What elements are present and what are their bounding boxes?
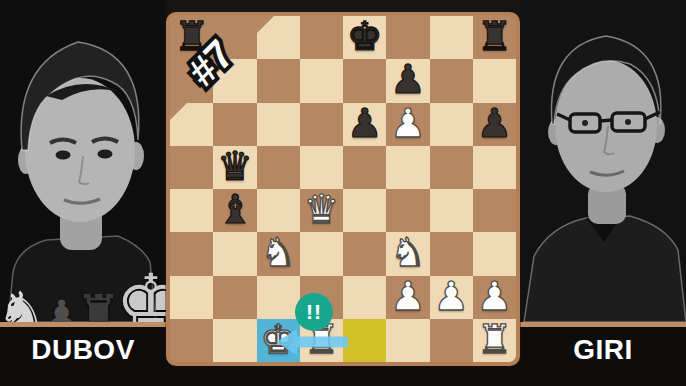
square-d7 bbox=[300, 59, 343, 102]
chess-board: ♜♚♜♟♟♟♟♛♝♛♞♞♟♟♟♚♜♜ !! #7 bbox=[166, 12, 520, 366]
square-f6: ♟ bbox=[386, 103, 429, 146]
square-d5 bbox=[300, 146, 343, 189]
square-d6 bbox=[300, 103, 343, 146]
square-e2 bbox=[343, 276, 386, 319]
thumbnail: ♞♟♜♚♟♝ DUBOV bbox=[0, 0, 686, 386]
white-pawn-g2: ♟ bbox=[433, 276, 469, 316]
square-e8: ♚ bbox=[343, 16, 386, 59]
square-h1: ♜ bbox=[473, 319, 516, 362]
square-h8: ♜ bbox=[473, 16, 516, 59]
board-grid: ♜♚♜♟♟♟♟♛♝♛♞♞♟♟♟♚♜♜ !! #7 bbox=[170, 16, 516, 362]
white-knight-f3: ♞ bbox=[390, 232, 426, 272]
square-d8 bbox=[300, 16, 343, 59]
black-pawn-f7: ♟ bbox=[390, 59, 426, 99]
black-bishop-b4: ♝ bbox=[217, 189, 253, 229]
player-name-left: DUBOV bbox=[0, 327, 166, 373]
square-g2: ♟ bbox=[430, 276, 473, 319]
square-b5: ♛ bbox=[213, 146, 256, 189]
square-c6 bbox=[257, 103, 300, 146]
square-f1 bbox=[386, 319, 429, 362]
giri-silhouette bbox=[520, 0, 686, 322]
square-g8 bbox=[430, 16, 473, 59]
square-g5 bbox=[430, 146, 473, 189]
square-g1 bbox=[430, 319, 473, 362]
chess-pieces-photo: ♞♟♜♚♟♝ bbox=[0, 272, 166, 322]
black-rook-h8: ♜ bbox=[476, 16, 512, 56]
black-queen-b5: ♛ bbox=[217, 146, 253, 186]
square-h2: ♟ bbox=[473, 276, 516, 319]
square-a5 bbox=[170, 146, 213, 189]
square-f5 bbox=[386, 146, 429, 189]
square-e5 bbox=[343, 146, 386, 189]
square-a3 bbox=[170, 232, 213, 275]
white-knight-c3: ♞ bbox=[260, 232, 296, 272]
square-f2: ♟ bbox=[386, 276, 429, 319]
white-rook-h1: ♜ bbox=[476, 319, 512, 359]
square-b4: ♝ bbox=[213, 189, 256, 232]
white-pawn-h2: ♟ bbox=[476, 276, 512, 316]
square-a4 bbox=[170, 189, 213, 232]
black-pawn-h6: ♟ bbox=[476, 103, 512, 143]
brilliant-badge-label: !! bbox=[306, 300, 322, 324]
square-c2 bbox=[257, 276, 300, 319]
square-g7 bbox=[430, 59, 473, 102]
giri-photo bbox=[520, 0, 686, 322]
square-e1 bbox=[343, 319, 386, 362]
square-h3 bbox=[473, 232, 516, 275]
black-pawn-e6: ♟ bbox=[347, 103, 383, 143]
photo-piece-icon: ♚ bbox=[115, 272, 166, 322]
square-d4: ♛ bbox=[300, 189, 343, 232]
square-g3 bbox=[430, 232, 473, 275]
square-e6: ♟ bbox=[343, 103, 386, 146]
name-plate-left: DUBOV bbox=[0, 322, 166, 386]
square-b6 bbox=[213, 103, 256, 146]
square-f3: ♞ bbox=[386, 232, 429, 275]
name-plate-right: GIRI bbox=[520, 322, 686, 386]
square-c4 bbox=[257, 189, 300, 232]
square-b1 bbox=[213, 319, 256, 362]
square-g4 bbox=[430, 189, 473, 232]
square-e3 bbox=[343, 232, 386, 275]
black-king-e8: ♚ bbox=[347, 16, 383, 56]
white-pawn-f6: ♟ bbox=[390, 103, 426, 143]
square-h7 bbox=[473, 59, 516, 102]
white-pawn-f2: ♟ bbox=[390, 276, 426, 316]
white-king-c1: ♚ bbox=[260, 319, 296, 359]
square-h4 bbox=[473, 189, 516, 232]
square-h6: ♟ bbox=[473, 103, 516, 146]
square-f7: ♟ bbox=[386, 59, 429, 102]
square-c1: ♚ bbox=[257, 319, 300, 362]
white-queen-d4: ♛ bbox=[303, 189, 339, 229]
square-e7 bbox=[343, 59, 386, 102]
square-f4 bbox=[386, 189, 429, 232]
square-a2 bbox=[170, 276, 213, 319]
square-a1 bbox=[170, 319, 213, 362]
dubov-photo: ♞♟♜♚♟♝ bbox=[0, 0, 166, 322]
square-g6 bbox=[430, 103, 473, 146]
player-name-right: GIRI bbox=[520, 327, 686, 373]
square-b2 bbox=[213, 276, 256, 319]
square-e4 bbox=[343, 189, 386, 232]
square-h5 bbox=[473, 146, 516, 189]
square-b3 bbox=[213, 232, 256, 275]
square-f8 bbox=[386, 16, 429, 59]
square-d3 bbox=[300, 232, 343, 275]
brilliant-move-badge: !! bbox=[295, 293, 333, 331]
square-c5 bbox=[257, 146, 300, 189]
square-c3: ♞ bbox=[257, 232, 300, 275]
square-c7 bbox=[257, 59, 300, 102]
